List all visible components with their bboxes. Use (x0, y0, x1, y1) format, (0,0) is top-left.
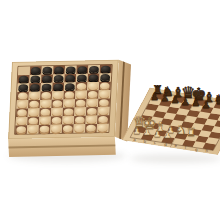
black-checker-piece (77, 66, 88, 74)
wood-checker-piece (76, 91, 87, 99)
wood-checker-piece (75, 99, 86, 107)
black-checker-piece (18, 84, 29, 92)
wood-checker-piece (76, 83, 87, 91)
checkers-square (64, 74, 76, 83)
checkers-square (41, 66, 53, 75)
checkers-square (63, 108, 75, 117)
black-checker-piece (89, 66, 100, 74)
checkers-square (16, 109, 28, 118)
wood-checker-piece (40, 100, 51, 108)
checkers-square (98, 90, 110, 99)
wood-checker-piece (64, 100, 75, 108)
checkers-square (64, 82, 76, 91)
box-front-face (8, 137, 116, 157)
black-checker-piece (41, 83, 52, 91)
checkers-square (53, 74, 65, 83)
wood-checker-piece (52, 91, 63, 99)
checkers-square (29, 91, 41, 100)
checkers-square (52, 91, 64, 100)
checkers-square (75, 91, 87, 100)
wood-checker-piece (64, 91, 75, 99)
checkers-square (39, 116, 51, 125)
checkers-square (75, 99, 87, 108)
black-checker-piece (100, 65, 111, 73)
black-checker-piece (42, 66, 53, 74)
wood-checker-piece (74, 125, 85, 133)
checkers-square (53, 66, 65, 75)
wood-checker-piece (99, 90, 110, 98)
wood-checker-piece (28, 117, 39, 125)
wood-checker-piece (98, 107, 109, 115)
black-checker-piece (64, 83, 75, 91)
wood-checker-piece (17, 101, 28, 109)
black-checker-piece (30, 67, 41, 75)
checkers-square (17, 92, 29, 101)
black-checker-piece (53, 83, 64, 91)
checkers-square (99, 73, 111, 82)
checkers-square (51, 99, 63, 108)
black-checker-piece (100, 74, 111, 82)
checkers-square (29, 83, 41, 92)
checkers-square (85, 124, 97, 133)
checkers-square (76, 74, 88, 83)
checkers-square (62, 124, 74, 133)
checkers-square (29, 75, 41, 84)
checkers-square (40, 100, 52, 109)
checkers-square (38, 125, 50, 134)
checkers-square (85, 115, 97, 124)
checkers-square (65, 66, 77, 75)
checkers-square (51, 116, 63, 125)
black-checker-piece (42, 75, 53, 83)
wood-checker-piece (39, 117, 50, 125)
chess-board (122, 88, 220, 155)
checkers-square (50, 125, 62, 134)
checkers-square (73, 124, 85, 133)
wood-checker-piece (41, 92, 52, 100)
checkers-square (76, 65, 88, 74)
wood-checker-piece (99, 82, 110, 90)
wood-checker-piece (86, 108, 97, 116)
wood-checker-piece (88, 82, 99, 90)
checkers-square (87, 90, 99, 99)
wood-checker-piece (17, 109, 28, 117)
wood-checker-piece (63, 116, 74, 124)
checkers-board (15, 65, 111, 134)
checkers-square (17, 83, 29, 92)
wood-checker-piece (86, 124, 97, 132)
wood-checker-piece (98, 116, 109, 124)
checkers-square (16, 117, 28, 126)
wood-checker-piece (29, 92, 40, 100)
checkers-square (27, 125, 39, 134)
checkers-square (86, 99, 98, 108)
wood-checker-piece (87, 91, 98, 99)
wood-checker-piece (16, 117, 27, 125)
lid-slot-groove (119, 62, 124, 140)
checkers-square (97, 124, 109, 133)
checkers-square (15, 125, 27, 134)
wood-checker-piece (27, 126, 38, 134)
checkers-square (97, 115, 109, 124)
wood-checker-piece (39, 125, 50, 133)
checkers-square (63, 91, 75, 100)
checkers-square (100, 65, 112, 74)
checkers-square (40, 91, 52, 100)
wood-checker-piece (75, 108, 86, 116)
black-checker-piece (77, 74, 88, 82)
black-checker-piece (53, 75, 64, 83)
checkers-square (30, 66, 42, 75)
checkers-square (28, 108, 40, 117)
wood-checker-piece (62, 125, 73, 133)
checkers-square (88, 65, 100, 74)
wood-checker-piece (28, 109, 39, 117)
checkers-square (18, 67, 30, 76)
checkers-square (41, 83, 53, 92)
checkers-square (99, 82, 111, 91)
checkers-square (28, 100, 40, 109)
black-checker-piece (88, 74, 99, 82)
checkers-square (87, 82, 99, 91)
checkers-square (52, 83, 64, 92)
checkers-square (51, 108, 63, 117)
wood-checker-piece (87, 99, 98, 107)
wood-checker-piece (97, 124, 108, 132)
checkers-square (74, 107, 86, 116)
checkers-square (98, 98, 110, 107)
checkers-square (39, 108, 51, 117)
chessboard-shadow (130, 154, 220, 163)
checkers-square (88, 73, 100, 82)
checkers-square (62, 116, 74, 125)
wood-checker-piece (52, 100, 63, 108)
checkers-square (75, 82, 87, 91)
checkers-square (86, 107, 98, 116)
black-checker-piece (30, 84, 41, 92)
wood-checker-piece (17, 92, 28, 100)
wood-checker-piece (74, 116, 85, 124)
wood-checker-piece (51, 125, 62, 133)
wood-checker-piece (40, 108, 51, 116)
black-checker-piece (18, 75, 29, 83)
box-front-groove (9, 144, 116, 148)
wood-checker-piece (52, 108, 63, 116)
wood-checker-piece (16, 126, 27, 134)
checkers-square (18, 75, 30, 84)
wood-checker-piece (29, 100, 40, 108)
checkers-square (27, 117, 39, 126)
checkers-square (98, 107, 110, 116)
wood-checker-piece (63, 108, 74, 116)
checkers-square (74, 116, 86, 125)
chess-grid (131, 92, 220, 150)
wood-checker-piece (86, 116, 97, 124)
product-photo: abcdefgh♜♞♝♛♟♚♟♝♟♞♟♜♟♟♛♚♝♟♟♞♟♜♟♟ (0, 0, 220, 220)
black-checker-piece (65, 66, 76, 74)
black-checker-piece (65, 74, 76, 82)
black-checker-piece (30, 75, 41, 83)
checkers-square (63, 99, 75, 108)
checkers-square (16, 100, 28, 109)
checkers-box (8, 60, 119, 139)
wood-checker-piece (99, 99, 110, 107)
checkers-square (41, 74, 53, 83)
black-checker-piece (54, 66, 65, 74)
wood-checker-piece (51, 117, 62, 125)
